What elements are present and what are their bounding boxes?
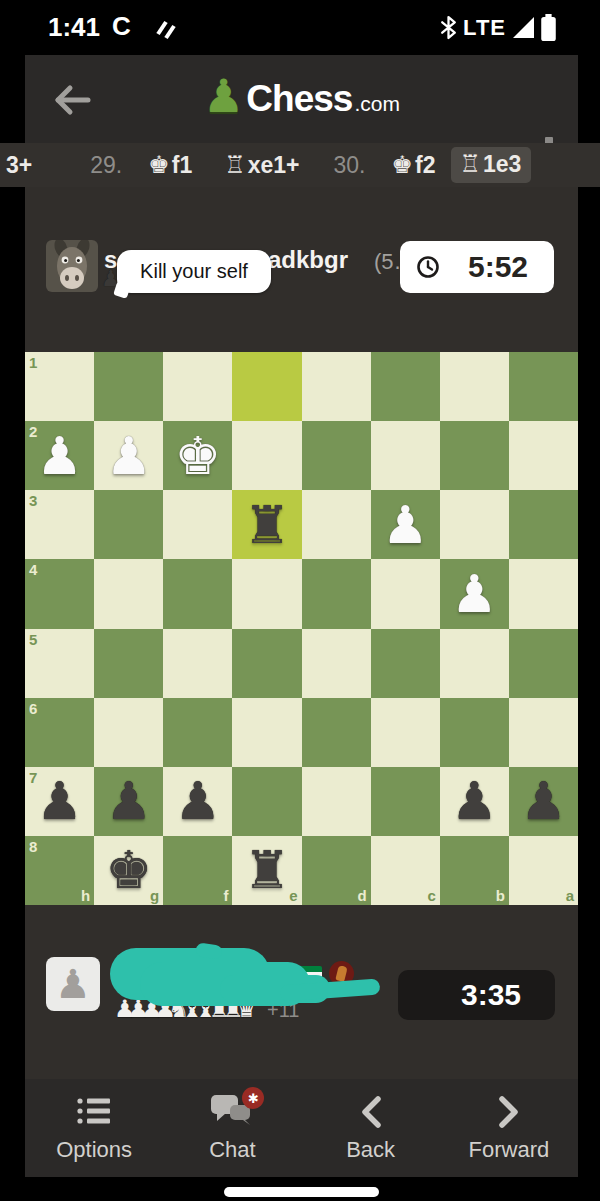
chat-label: Chat bbox=[209, 1137, 255, 1163]
square-a6[interactable] bbox=[509, 698, 578, 767]
pawn-avatar-image: ♟ bbox=[55, 964, 91, 1004]
player-clock-time: 3:35 bbox=[398, 978, 555, 1012]
player-avatar[interactable]: ♟ bbox=[46, 957, 100, 1011]
square-e3[interactable]: ♜ bbox=[232, 490, 301, 559]
square-e8[interactable]: e♜ bbox=[232, 836, 301, 905]
chevron-left-icon bbox=[359, 1093, 383, 1131]
square-h4[interactable]: 4 bbox=[25, 559, 94, 628]
clock-icon bbox=[416, 255, 440, 279]
bluetooth-icon bbox=[441, 15, 456, 40]
square-b3[interactable] bbox=[440, 490, 509, 559]
opponent-name[interactable]: adkbgr bbox=[268, 246, 348, 274]
current-move-chip[interactable]: ♖ 1e3 bbox=[451, 147, 531, 183]
piece-bR[interactable]: ♜ bbox=[232, 490, 301, 559]
file-label: b bbox=[496, 887, 505, 904]
square-h6[interactable]: 6 bbox=[25, 698, 94, 767]
options-list-icon bbox=[77, 1093, 111, 1131]
piece-bP[interactable]: ♟ bbox=[509, 767, 578, 836]
square-c6[interactable] bbox=[371, 698, 440, 767]
square-f4[interactable] bbox=[163, 559, 232, 628]
square-b6[interactable] bbox=[440, 698, 509, 767]
square-d5[interactable] bbox=[302, 629, 371, 698]
square-f6[interactable] bbox=[163, 698, 232, 767]
file-label: f bbox=[223, 887, 228, 904]
piece-wK[interactable]: ♚ bbox=[163, 421, 232, 490]
status-right-icons: LTE bbox=[441, 14, 556, 41]
square-d7[interactable] bbox=[302, 767, 371, 836]
logo-suffix: .com bbox=[354, 92, 400, 116]
square-b8[interactable]: b bbox=[440, 836, 509, 905]
status-time: 1:41 bbox=[48, 12, 100, 43]
chat-message-bubble[interactable]: Kill your self bbox=[117, 250, 271, 293]
square-a4[interactable] bbox=[509, 559, 578, 628]
square-e6[interactable] bbox=[232, 698, 301, 767]
square-e4[interactable] bbox=[232, 559, 301, 628]
bottom-nav: Options ✱ Chat Back Forward bbox=[25, 1079, 578, 1177]
square-e5[interactable] bbox=[232, 629, 301, 698]
forward-button[interactable]: Forward bbox=[440, 1079, 578, 1177]
square-f1[interactable] bbox=[163, 352, 232, 421]
status-bar: 1:41 C LTE bbox=[0, 0, 600, 55]
chat-button[interactable]: ✱ Chat bbox=[163, 1079, 301, 1177]
signal-strength-icon bbox=[513, 17, 534, 38]
square-b4[interactable]: ♟ bbox=[440, 559, 509, 628]
white-rook-glyph: ♖ bbox=[224, 151, 246, 179]
logo-text: Chess bbox=[246, 78, 352, 120]
square-b2[interactable] bbox=[440, 421, 509, 490]
rank-label: 6 bbox=[29, 700, 37, 717]
donkey-avatar-image bbox=[46, 240, 98, 292]
rank-label: 5 bbox=[29, 631, 37, 648]
move-list[interactable]: 3+ 29. ♚ f1 ♖ xe1+ 30. ♚ f2 ♖ 1e3 bbox=[0, 143, 600, 187]
logo-pawn-icon: ♟ bbox=[203, 73, 244, 119]
square-c1[interactable] bbox=[371, 352, 440, 421]
square-a2[interactable] bbox=[509, 421, 578, 490]
square-f7[interactable]: ♟ bbox=[163, 767, 232, 836]
forward-label: Forward bbox=[469, 1137, 550, 1163]
data-saver-icon bbox=[152, 18, 178, 42]
app-header: ♟ Chess .com bbox=[25, 55, 578, 143]
square-h2[interactable]: 2♟ bbox=[25, 421, 94, 490]
piece-bK[interactable]: ♚ bbox=[94, 836, 163, 905]
piece-wP[interactable]: ♟ bbox=[371, 490, 440, 559]
square-h7[interactable]: 7♟ bbox=[25, 767, 94, 836]
chess-board[interactable]: 12♟♟♚3♜♟4♟567♟♟♟♟♟8hg♚fe♜dcba bbox=[25, 352, 578, 905]
square-d1[interactable] bbox=[302, 352, 371, 421]
back-button[interactable]: Back bbox=[302, 1079, 440, 1177]
square-b1[interactable] bbox=[440, 352, 509, 421]
move-30-white[interactable]: f2 bbox=[415, 152, 435, 179]
move-number-30: 30. bbox=[334, 152, 366, 179]
opponent-clock-time: 5:52 bbox=[440, 250, 554, 284]
square-c3[interactable]: ♟ bbox=[371, 490, 440, 559]
move-partial: 3+ bbox=[6, 152, 32, 179]
square-d8[interactable]: d bbox=[302, 836, 371, 905]
square-f5[interactable] bbox=[163, 629, 232, 698]
square-g6[interactable] bbox=[94, 698, 163, 767]
piece-wP[interactable]: ♟ bbox=[25, 421, 94, 490]
rank-label: 8 bbox=[29, 838, 37, 855]
piece-wP[interactable]: ♟ bbox=[440, 559, 509, 628]
file-label: d bbox=[357, 887, 366, 904]
square-d4[interactable] bbox=[302, 559, 371, 628]
square-a8[interactable]: a bbox=[509, 836, 578, 905]
battery-icon bbox=[541, 14, 556, 41]
options-button[interactable]: Options bbox=[25, 1079, 163, 1177]
square-f2[interactable]: ♚ bbox=[163, 421, 232, 490]
file-label: c bbox=[427, 887, 435, 904]
square-e2[interactable] bbox=[232, 421, 301, 490]
white-king-glyph: ♚ bbox=[148, 151, 170, 179]
player-clock: 3:35 bbox=[398, 970, 555, 1020]
options-label: Options bbox=[56, 1137, 132, 1163]
square-g2[interactable]: ♟ bbox=[94, 421, 163, 490]
chat-notification-badge: ✱ bbox=[242, 1087, 264, 1109]
square-a5[interactable] bbox=[509, 629, 578, 698]
piece-wP[interactable]: ♟ bbox=[94, 421, 163, 490]
back-label: Back bbox=[346, 1137, 395, 1163]
piece-bP[interactable]: ♟ bbox=[25, 767, 94, 836]
square-c8[interactable]: c bbox=[371, 836, 440, 905]
chesscom-logo: ♟ Chess .com bbox=[25, 55, 578, 143]
square-c7[interactable] bbox=[371, 767, 440, 836]
square-g7[interactable]: ♟ bbox=[94, 767, 163, 836]
square-h8[interactable]: 8h bbox=[25, 836, 94, 905]
move-29-black[interactable]: xe1+ bbox=[248, 152, 300, 179]
square-h5[interactable]: 5 bbox=[25, 629, 94, 698]
square-g4[interactable] bbox=[94, 559, 163, 628]
chevron-right-icon bbox=[497, 1093, 521, 1131]
square-g8[interactable]: g♚ bbox=[94, 836, 163, 905]
square-a7[interactable]: ♟ bbox=[509, 767, 578, 836]
chrome-icon: C bbox=[112, 11, 131, 42]
home-indicator[interactable] bbox=[224, 1187, 379, 1197]
move-30-black: 1e3 bbox=[483, 151, 521, 178]
piece-bP[interactable]: ♟ bbox=[440, 767, 509, 836]
square-h1[interactable]: 1 bbox=[25, 352, 94, 421]
square-g3[interactable] bbox=[94, 490, 163, 559]
opponent-clock: 5:52 bbox=[400, 241, 554, 293]
file-label: h bbox=[81, 887, 90, 904]
square-a1[interactable] bbox=[509, 352, 578, 421]
chat-message-text: Kill your self bbox=[140, 260, 248, 283]
move-number-29: 29. bbox=[90, 152, 122, 179]
square-c5[interactable] bbox=[371, 629, 440, 698]
piece-bP[interactable]: ♟ bbox=[163, 767, 232, 836]
piece-bR[interactable]: ♜ bbox=[232, 836, 301, 905]
rank-label: 1 bbox=[29, 354, 37, 371]
file-label: a bbox=[566, 887, 574, 904]
rank-label: 3 bbox=[29, 492, 37, 509]
square-c2[interactable] bbox=[371, 421, 440, 490]
square-d2[interactable] bbox=[302, 421, 371, 490]
network-type-label: LTE bbox=[463, 15, 506, 41]
square-d3[interactable] bbox=[302, 490, 371, 559]
piece-bP[interactable]: ♟ bbox=[94, 767, 163, 836]
square-c4[interactable] bbox=[371, 559, 440, 628]
square-f8[interactable]: f bbox=[163, 836, 232, 905]
square-b7[interactable]: ♟ bbox=[440, 767, 509, 836]
rank-label: 4 bbox=[29, 561, 37, 578]
opponent-avatar[interactable] bbox=[46, 240, 98, 292]
square-d6[interactable] bbox=[302, 698, 371, 767]
square-h3[interactable]: 3 bbox=[25, 490, 94, 559]
move-29-white[interactable]: f1 bbox=[172, 152, 192, 179]
square-e7[interactable] bbox=[232, 767, 301, 836]
square-g1[interactable] bbox=[94, 352, 163, 421]
square-g5[interactable] bbox=[94, 629, 163, 698]
chat-bubbles-icon: ✱ bbox=[210, 1093, 254, 1131]
white-king-glyph-2: ♚ bbox=[392, 151, 414, 179]
square-a3[interactable] bbox=[509, 490, 578, 559]
white-rook-glyph-2: ♖ bbox=[459, 150, 481, 178]
square-e1[interactable] bbox=[232, 352, 301, 421]
square-b5[interactable] bbox=[440, 629, 509, 698]
square-f3[interactable] bbox=[163, 490, 232, 559]
